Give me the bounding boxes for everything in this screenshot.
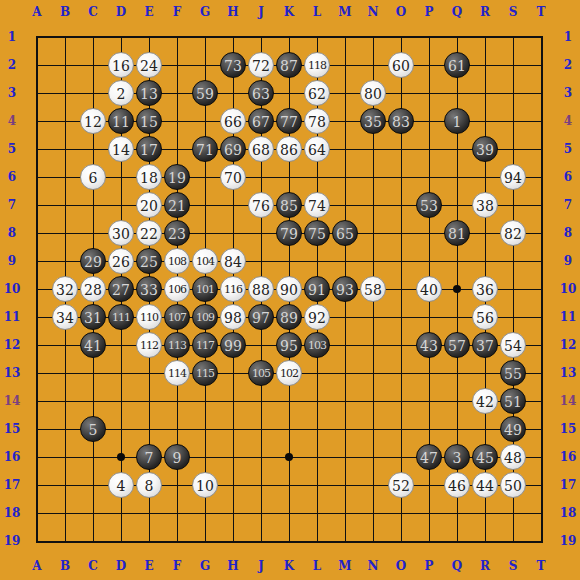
row-label-right-11[interactable]: 11 <box>557 310 579 324</box>
row-label-left-7[interactable]: 7 <box>1 198 23 212</box>
white-stone-52: 52 <box>388 472 414 498</box>
black-stone-37: 37 <box>472 332 498 358</box>
row-label-left-13[interactable]: 13 <box>1 366 23 380</box>
column-label-bottom-T[interactable]: T <box>530 559 552 573</box>
column-label-top-Q[interactable]: Q <box>446 5 468 19</box>
black-stone-117: 117 <box>192 332 218 358</box>
black-stone-85: 85 <box>276 192 302 218</box>
black-stone-59: 59 <box>192 80 218 106</box>
white-stone-86: 86 <box>276 136 302 162</box>
black-stone-23: 23 <box>164 220 190 246</box>
black-stone-41: 41 <box>80 332 106 358</box>
black-stone-43: 43 <box>416 332 442 358</box>
row-label-right-4[interactable]: 4 <box>557 114 579 128</box>
white-stone-64: 64 <box>304 136 330 162</box>
black-stone-109: 109 <box>192 304 218 330</box>
white-stone-112: 112 <box>136 332 162 358</box>
white-stone-22: 22 <box>136 220 162 246</box>
row-label-right-17[interactable]: 17 <box>557 478 579 492</box>
row-label-right-18[interactable]: 18 <box>557 506 579 520</box>
black-stone-55: 55 <box>500 360 526 386</box>
column-label-bottom-Q[interactable]: Q <box>446 559 468 573</box>
column-label-bottom-G[interactable]: G <box>194 559 216 573</box>
black-stone-113: 113 <box>164 332 190 358</box>
black-stone-79: 79 <box>276 220 302 246</box>
column-label-bottom-M[interactable]: M <box>334 559 356 573</box>
white-stone-82: 82 <box>500 220 526 246</box>
white-stone-62: 62 <box>304 80 330 106</box>
white-stone-20: 20 <box>136 192 162 218</box>
column-label-bottom-E[interactable]: E <box>138 559 160 573</box>
black-stone-19: 19 <box>164 164 190 190</box>
black-stone-11: 11 <box>108 108 134 134</box>
row-label-right-14[interactable]: 14 <box>557 394 579 408</box>
star-point-K16 <box>285 453 293 461</box>
white-stone-110: 110 <box>136 304 162 330</box>
black-stone-17: 17 <box>136 136 162 162</box>
black-stone-25: 25 <box>136 248 162 274</box>
column-label-bottom-A[interactable]: A <box>26 559 48 573</box>
white-stone-44: 44 <box>472 472 498 498</box>
column-label-top-T[interactable]: T <box>530 5 552 19</box>
black-stone-87: 87 <box>276 52 302 78</box>
black-stone-115: 115 <box>192 360 218 386</box>
column-label-bottom-D[interactable]: D <box>110 559 132 573</box>
white-stone-38: 38 <box>472 192 498 218</box>
row-label-left-12[interactable]: 12 <box>1 338 23 352</box>
black-stone-15: 15 <box>136 108 162 134</box>
column-label-bottom-L[interactable]: L <box>306 559 328 573</box>
white-stone-56: 56 <box>472 304 498 330</box>
black-stone-93: 93 <box>332 276 358 302</box>
white-stone-6: 6 <box>80 164 106 190</box>
black-stone-103: 103 <box>304 332 330 358</box>
black-stone-5: 5 <box>80 416 106 442</box>
row-label-left-2[interactable]: 2 <box>1 58 23 72</box>
black-stone-69: 69 <box>220 136 246 162</box>
column-label-bottom-B[interactable]: B <box>54 559 76 573</box>
row-label-left-19[interactable]: 19 <box>1 534 23 548</box>
column-label-bottom-R[interactable]: R <box>474 559 496 573</box>
black-stone-89: 89 <box>276 304 302 330</box>
black-stone-111: 111 <box>108 304 134 330</box>
white-stone-116: 116 <box>220 276 246 302</box>
black-stone-81: 81 <box>444 220 470 246</box>
row-label-right-2[interactable]: 2 <box>557 58 579 72</box>
white-stone-28: 28 <box>80 276 106 302</box>
white-stone-46: 46 <box>444 472 470 498</box>
black-stone-35: 35 <box>360 108 386 134</box>
white-stone-58: 58 <box>360 276 386 302</box>
white-stone-104: 104 <box>192 248 218 274</box>
row-label-right-6[interactable]: 6 <box>557 170 579 184</box>
black-stone-99: 99 <box>220 332 246 358</box>
black-stone-9: 9 <box>164 444 190 470</box>
white-stone-90: 90 <box>276 276 302 302</box>
white-stone-18: 18 <box>136 164 162 190</box>
row-label-right-1[interactable]: 1 <box>557 30 579 44</box>
column-label-top-E[interactable]: E <box>138 5 160 19</box>
white-stone-4: 4 <box>108 472 134 498</box>
black-stone-95: 95 <box>276 332 302 358</box>
white-stone-10: 10 <box>192 472 218 498</box>
white-stone-68: 68 <box>248 136 274 162</box>
white-stone-54: 54 <box>500 332 526 358</box>
row-label-right-9[interactable]: 9 <box>557 254 579 268</box>
black-stone-67: 67 <box>248 108 274 134</box>
white-stone-72: 72 <box>248 52 274 78</box>
row-label-left-5[interactable]: 5 <box>1 142 23 156</box>
column-label-bottom-S[interactable]: S <box>502 559 524 573</box>
black-stone-3: 3 <box>444 444 470 470</box>
row-label-left-16[interactable]: 16 <box>1 450 23 464</box>
column-label-top-B[interactable]: B <box>54 5 76 19</box>
row-label-left-14[interactable]: 14 <box>1 394 23 408</box>
white-stone-2: 2 <box>108 80 134 106</box>
white-stone-14: 14 <box>108 136 134 162</box>
row-label-left-10[interactable]: 10 <box>1 282 23 296</box>
white-stone-70: 70 <box>220 164 246 190</box>
row-label-right-15[interactable]: 15 <box>557 422 579 436</box>
column-label-top-D[interactable]: D <box>110 5 132 19</box>
row-label-right-7[interactable]: 7 <box>557 198 579 212</box>
column-label-top-O[interactable]: O <box>390 5 412 19</box>
white-stone-32: 32 <box>52 276 78 302</box>
black-stone-107: 107 <box>164 304 190 330</box>
row-label-left-15[interactable]: 15 <box>1 422 23 436</box>
column-label-top-S[interactable]: S <box>502 5 524 19</box>
column-label-bottom-N[interactable]: N <box>362 559 384 573</box>
white-stone-106: 106 <box>164 276 190 302</box>
white-stone-36: 36 <box>472 276 498 302</box>
column-label-bottom-K[interactable]: K <box>278 559 300 573</box>
row-label-right-19[interactable]: 19 <box>557 534 579 548</box>
column-label-top-M[interactable]: M <box>334 5 356 19</box>
row-label-left-17[interactable]: 17 <box>1 478 23 492</box>
black-stone-1: 1 <box>444 108 470 134</box>
white-stone-66: 66 <box>220 108 246 134</box>
white-stone-42: 42 <box>472 388 498 414</box>
white-stone-50: 50 <box>500 472 526 498</box>
black-stone-105: 105 <box>248 360 274 386</box>
row-label-right-16[interactable]: 16 <box>557 450 579 464</box>
row-label-left-8[interactable]: 8 <box>1 226 23 240</box>
row-label-left-1[interactable]: 1 <box>1 30 23 44</box>
row-label-left-6[interactable]: 6 <box>1 170 23 184</box>
black-stone-77: 77 <box>276 108 302 134</box>
black-stone-7: 7 <box>136 444 162 470</box>
row-label-right-8[interactable]: 8 <box>557 226 579 240</box>
white-stone-92: 92 <box>304 304 330 330</box>
black-stone-33: 33 <box>136 276 162 302</box>
black-stone-27: 27 <box>108 276 134 302</box>
column-label-bottom-O[interactable]: O <box>390 559 412 573</box>
black-stone-71: 71 <box>192 136 218 162</box>
white-stone-98: 98 <box>220 304 246 330</box>
star-point-Q10 <box>453 285 461 293</box>
white-stone-40: 40 <box>416 276 442 302</box>
row-label-left-18[interactable]: 18 <box>1 506 23 520</box>
column-label-top-F[interactable]: F <box>166 5 188 19</box>
black-stone-75: 75 <box>304 220 330 246</box>
white-stone-84: 84 <box>220 248 246 274</box>
column-label-bottom-J[interactable]: J <box>250 559 272 573</box>
white-stone-60: 60 <box>388 52 414 78</box>
row-label-right-13[interactable]: 13 <box>557 366 579 380</box>
black-stone-61: 61 <box>444 52 470 78</box>
black-stone-13: 13 <box>136 80 162 106</box>
black-stone-53: 53 <box>416 192 442 218</box>
star-point-D16 <box>117 453 125 461</box>
black-stone-63: 63 <box>248 80 274 106</box>
white-stone-48: 48 <box>500 444 526 470</box>
black-stone-21: 21 <box>164 192 190 218</box>
row-label-right-10[interactable]: 10 <box>557 282 579 296</box>
white-stone-78: 78 <box>304 108 330 134</box>
column-label-top-K[interactable]: K <box>278 5 300 19</box>
white-stone-26: 26 <box>108 248 134 274</box>
column-label-top-A[interactable]: A <box>26 5 48 19</box>
white-stone-102: 102 <box>276 360 302 386</box>
white-stone-94: 94 <box>500 164 526 190</box>
column-label-bottom-C[interactable]: C <box>82 559 104 573</box>
column-label-top-L[interactable]: L <box>306 5 328 19</box>
row-label-right-5[interactable]: 5 <box>557 142 579 156</box>
black-stone-45: 45 <box>472 444 498 470</box>
column-label-bottom-F[interactable]: F <box>166 559 188 573</box>
white-stone-16: 16 <box>108 52 134 78</box>
black-stone-47: 47 <box>416 444 442 470</box>
white-stone-76: 76 <box>248 192 274 218</box>
white-stone-108: 108 <box>164 248 190 274</box>
black-stone-83: 83 <box>388 108 414 134</box>
row-label-right-3[interactable]: 3 <box>557 86 579 100</box>
white-stone-24: 24 <box>136 52 162 78</box>
black-stone-91: 91 <box>304 276 330 302</box>
white-stone-88: 88 <box>248 276 274 302</box>
white-stone-114: 114 <box>164 360 190 386</box>
black-stone-51: 51 <box>500 388 526 414</box>
column-label-top-P[interactable]: P <box>418 5 440 19</box>
column-label-top-N[interactable]: N <box>362 5 384 19</box>
go-board: AABBCCDDEEFFGGHHJJKKLLMMNNOOPPQQRRSSTT11… <box>0 0 580 580</box>
row-label-left-11[interactable]: 11 <box>1 310 23 324</box>
black-stone-101: 101 <box>192 276 218 302</box>
black-stone-57: 57 <box>444 332 470 358</box>
white-stone-30: 30 <box>108 220 134 246</box>
column-label-top-R[interactable]: R <box>474 5 496 19</box>
column-label-top-C[interactable]: C <box>82 5 104 19</box>
black-stone-31: 31 <box>80 304 106 330</box>
white-stone-80: 80 <box>360 80 386 106</box>
white-stone-74: 74 <box>304 192 330 218</box>
column-label-bottom-H[interactable]: H <box>222 559 244 573</box>
white-stone-118: 118 <box>304 52 330 78</box>
black-stone-73: 73 <box>220 52 246 78</box>
column-label-top-J[interactable]: J <box>250 5 272 19</box>
black-stone-39: 39 <box>472 136 498 162</box>
black-stone-97: 97 <box>248 304 274 330</box>
white-stone-12: 12 <box>80 108 106 134</box>
black-stone-29: 29 <box>80 248 106 274</box>
row-label-left-9[interactable]: 9 <box>1 254 23 268</box>
white-stone-34: 34 <box>52 304 78 330</box>
black-stone-65: 65 <box>332 220 358 246</box>
column-label-top-H[interactable]: H <box>222 5 244 19</box>
column-label-top-G[interactable]: G <box>194 5 216 19</box>
white-stone-8: 8 <box>136 472 162 498</box>
black-stone-49: 49 <box>500 416 526 442</box>
column-label-bottom-P[interactable]: P <box>418 559 440 573</box>
row-label-left-3[interactable]: 3 <box>1 86 23 100</box>
row-label-right-12[interactable]: 12 <box>557 338 579 352</box>
row-label-left-4[interactable]: 4 <box>1 114 23 128</box>
